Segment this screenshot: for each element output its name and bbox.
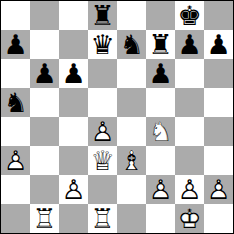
square-f2[interactable]: ♟♙ [146,175,175,204]
black-pawn: ♟ [30,59,59,88]
black-pawn: ♟ [59,59,88,88]
chess-board: ♜♚♟♛♞♜♟♟♟♟♟♞♟♙♞♘♟♙♛♕♝♗♟♙♟♙♟♙♟♙♜♖♜♖♚♔ [0,0,234,234]
square-f7[interactable]: ♜ [146,30,175,59]
square-c7[interactable] [59,30,88,59]
board-diagram: ♜♚♟♛♞♜♟♟♟♟♟♞♟♙♞♘♟♙♛♕♝♗♟♙♟♙♟♙♟♙♜♖♜♖♚♔ [0,0,234,234]
square-f3[interactable] [146,146,175,175]
square-c3[interactable] [59,146,88,175]
square-b1[interactable]: ♜♖ [30,204,59,233]
black-king: ♚ [175,1,204,30]
white-pawn-outline: ♙ [177,175,201,204]
square-h1[interactable] [204,204,233,233]
white-pawn: ♟♙ [204,175,233,204]
square-d8[interactable]: ♜ [88,1,117,30]
square-g3[interactable] [175,146,204,175]
square-f6[interactable]: ♟ [146,59,175,88]
square-f5[interactable] [146,88,175,117]
square-e2[interactable] [117,175,146,204]
white-pawn-outline: ♙ [61,175,85,204]
square-a5[interactable]: ♞ [1,88,30,117]
square-h8[interactable] [204,1,233,30]
square-c1[interactable] [59,204,88,233]
square-b5[interactable] [30,88,59,117]
square-e7[interactable]: ♞ [117,30,146,59]
square-a1[interactable] [1,204,30,233]
black-rook: ♜ [146,30,175,59]
square-a6[interactable] [1,59,30,88]
black-pawn: ♟ [204,30,233,59]
square-b4[interactable] [30,117,59,146]
square-c4[interactable] [59,117,88,146]
square-h3[interactable] [204,146,233,175]
square-b8[interactable] [30,1,59,30]
white-queen: ♛♕ [88,146,117,175]
square-d4[interactable]: ♟♙ [88,117,117,146]
square-f4[interactable]: ♞♘ [146,117,175,146]
white-queen-outline: ♕ [90,146,114,175]
square-b6[interactable]: ♟ [30,59,59,88]
square-g2[interactable]: ♟♙ [175,175,204,204]
square-d3[interactable]: ♛♕ [88,146,117,175]
black-pawn: ♟ [1,30,30,59]
square-g6[interactable] [175,59,204,88]
white-pawn-outline: ♙ [3,146,27,175]
square-h7[interactable]: ♟ [204,30,233,59]
square-d5[interactable] [88,88,117,117]
square-c5[interactable] [59,88,88,117]
square-e6[interactable] [117,59,146,88]
white-knight-outline: ♘ [148,117,172,146]
square-a2[interactable] [1,175,30,204]
square-e4[interactable] [117,117,146,146]
white-rook-outline: ♖ [90,204,114,233]
white-pawn: ♟♙ [175,175,204,204]
square-h4[interactable] [204,117,233,146]
square-g4[interactable] [175,117,204,146]
square-f1[interactable] [146,204,175,233]
white-king: ♚♔ [175,204,204,233]
white-bishop-outline: ♗ [119,146,143,175]
square-e8[interactable] [117,1,146,30]
square-e5[interactable] [117,88,146,117]
square-d6[interactable] [88,59,117,88]
square-g8[interactable]: ♚ [175,1,204,30]
square-f8[interactable] [146,1,175,30]
square-c2[interactable]: ♟♙ [59,175,88,204]
square-e1[interactable] [117,204,146,233]
square-b7[interactable] [30,30,59,59]
square-a3[interactable]: ♟♙ [1,146,30,175]
white-pawn: ♟♙ [88,117,117,146]
white-king-outline: ♔ [177,204,201,233]
square-a7[interactable]: ♟ [1,30,30,59]
white-bishop: ♝♗ [117,146,146,175]
white-pawn-outline: ♙ [148,175,172,204]
black-pawn: ♟ [175,30,204,59]
square-g1[interactable]: ♚♔ [175,204,204,233]
black-rook: ♜ [88,1,117,30]
square-d7[interactable]: ♛ [88,30,117,59]
square-h6[interactable] [204,59,233,88]
square-d1[interactable]: ♜♖ [88,204,117,233]
black-pawn: ♟ [146,59,175,88]
white-pawn: ♟♙ [1,146,30,175]
white-pawn: ♟♙ [146,175,175,204]
square-g5[interactable] [175,88,204,117]
white-pawn-outline: ♙ [90,117,114,146]
black-knight: ♞ [1,88,30,117]
white-pawn-outline: ♙ [206,175,230,204]
black-queen: ♛ [88,30,117,59]
square-a8[interactable] [1,1,30,30]
white-pawn: ♟♙ [59,175,88,204]
square-d2[interactable] [88,175,117,204]
square-b2[interactable] [30,175,59,204]
square-c8[interactable] [59,1,88,30]
white-rook: ♜♖ [88,204,117,233]
square-a4[interactable] [1,117,30,146]
square-h2[interactable]: ♟♙ [204,175,233,204]
square-g7[interactable]: ♟ [175,30,204,59]
square-e3[interactable]: ♝♗ [117,146,146,175]
white-rook: ♜♖ [30,204,59,233]
white-rook-outline: ♖ [32,204,56,233]
square-h5[interactable] [204,88,233,117]
black-knight: ♞ [117,30,146,59]
square-c6[interactable]: ♟ [59,59,88,88]
square-b3[interactable] [30,146,59,175]
white-knight: ♞♘ [146,117,175,146]
